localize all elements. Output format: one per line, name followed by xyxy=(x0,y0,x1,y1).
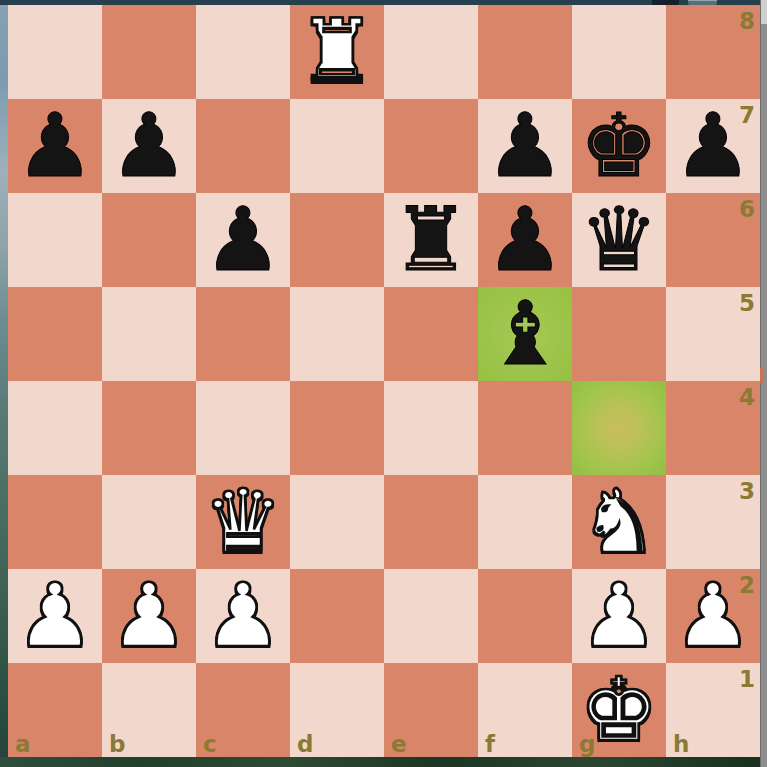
square-d6[interactable] xyxy=(290,193,384,287)
piece-white-rook[interactable]: ♜ xyxy=(290,5,384,99)
square-c3[interactable]: ♛ xyxy=(196,475,290,569)
square-a6[interactable] xyxy=(8,193,102,287)
square-c8[interactable] xyxy=(196,5,290,99)
piece-white-pawn[interactable]: ♟ xyxy=(666,569,760,663)
square-f1[interactable] xyxy=(478,663,572,757)
square-f5[interactable]: ♝ xyxy=(478,287,572,381)
square-h8[interactable] xyxy=(666,5,760,99)
square-c1[interactable] xyxy=(196,663,290,757)
piece-white-queen[interactable]: ♛ xyxy=(196,475,290,569)
piece-white-pawn[interactable]: ♟ xyxy=(196,569,290,663)
piece-black-pawn[interactable]: ♟ xyxy=(478,99,572,193)
square-g3[interactable]: ♞ xyxy=(572,475,666,569)
piece-white-pawn[interactable]: ♟ xyxy=(102,569,196,663)
square-b2[interactable]: ♟ xyxy=(102,569,196,663)
square-d3[interactable] xyxy=(290,475,384,569)
square-f8[interactable] xyxy=(478,5,572,99)
square-g1[interactable]: ♚ xyxy=(572,663,666,757)
chess-board[interactable]: ♜♟♟♟♚♟♟♜♟♛♝♛♞♟♟♟♟♟♚87654321abcdefgh xyxy=(8,5,760,757)
piece-white-pawn[interactable]: ♟ xyxy=(572,569,666,663)
square-f4[interactable] xyxy=(478,381,572,475)
piece-black-pawn[interactable]: ♟ xyxy=(102,99,196,193)
square-d4[interactable] xyxy=(290,381,384,475)
square-b8[interactable] xyxy=(102,5,196,99)
square-a1[interactable] xyxy=(8,663,102,757)
square-e2[interactable] xyxy=(384,569,478,663)
square-b6[interactable] xyxy=(102,193,196,287)
square-e1[interactable] xyxy=(384,663,478,757)
square-d2[interactable] xyxy=(290,569,384,663)
square-h1[interactable] xyxy=(666,663,760,757)
piece-black-pawn[interactable]: ♟ xyxy=(8,99,102,193)
square-e6[interactable]: ♜ xyxy=(384,193,478,287)
square-d1[interactable] xyxy=(290,663,384,757)
square-h3[interactable] xyxy=(666,475,760,569)
square-d5[interactable] xyxy=(290,287,384,381)
square-c7[interactable] xyxy=(196,99,290,193)
square-g8[interactable] xyxy=(572,5,666,99)
square-d7[interactable] xyxy=(290,99,384,193)
square-f2[interactable] xyxy=(478,569,572,663)
square-a2[interactable]: ♟ xyxy=(8,569,102,663)
square-e3[interactable] xyxy=(384,475,478,569)
piece-black-rook[interactable]: ♜ xyxy=(384,193,478,287)
square-b1[interactable] xyxy=(102,663,196,757)
square-a3[interactable] xyxy=(8,475,102,569)
square-e5[interactable] xyxy=(384,287,478,381)
square-e4[interactable] xyxy=(384,381,478,475)
square-c4[interactable] xyxy=(196,381,290,475)
piece-black-pawn[interactable]: ♟ xyxy=(666,99,760,193)
square-b4[interactable] xyxy=(102,381,196,475)
square-c6[interactable]: ♟ xyxy=(196,193,290,287)
square-a4[interactable] xyxy=(8,381,102,475)
piece-white-king[interactable]: ♚ xyxy=(572,663,666,757)
piece-white-pawn[interactable]: ♟ xyxy=(8,569,102,663)
square-b7[interactable]: ♟ xyxy=(102,99,196,193)
square-g5[interactable] xyxy=(572,287,666,381)
square-b5[interactable] xyxy=(102,287,196,381)
square-a8[interactable] xyxy=(8,5,102,99)
square-f6[interactable]: ♟ xyxy=(478,193,572,287)
square-f3[interactable] xyxy=(478,475,572,569)
square-h7[interactable]: ♟ xyxy=(666,99,760,193)
square-e8[interactable] xyxy=(384,5,478,99)
scrollbar-track[interactable] xyxy=(760,0,767,767)
square-c5[interactable] xyxy=(196,287,290,381)
square-g7[interactable]: ♚ xyxy=(572,99,666,193)
background-photo-left-strip xyxy=(0,0,8,767)
square-g6[interactable]: ♛ xyxy=(572,193,666,287)
square-h4[interactable] xyxy=(666,381,760,475)
square-b3[interactable] xyxy=(102,475,196,569)
piece-black-pawn[interactable]: ♟ xyxy=(478,193,572,287)
square-a5[interactable] xyxy=(8,287,102,381)
square-h2[interactable]: ♟ xyxy=(666,569,760,663)
piece-black-pawn[interactable]: ♟ xyxy=(196,193,290,287)
square-e7[interactable] xyxy=(384,99,478,193)
piece-white-knight[interactable]: ♞ xyxy=(572,475,666,569)
scrollbar-top xyxy=(761,0,767,24)
square-h5[interactable] xyxy=(666,287,760,381)
square-d8[interactable]: ♜ xyxy=(290,5,384,99)
piece-black-bishop[interactable]: ♝ xyxy=(478,287,572,381)
square-g4[interactable] xyxy=(572,381,666,475)
piece-black-king[interactable]: ♚ xyxy=(572,99,666,193)
piece-black-queen[interactable]: ♛ xyxy=(572,193,666,287)
square-a7[interactable]: ♟ xyxy=(8,99,102,193)
square-c2[interactable]: ♟ xyxy=(196,569,290,663)
square-g2[interactable]: ♟ xyxy=(572,569,666,663)
square-f7[interactable]: ♟ xyxy=(478,99,572,193)
square-h6[interactable] xyxy=(666,193,760,287)
